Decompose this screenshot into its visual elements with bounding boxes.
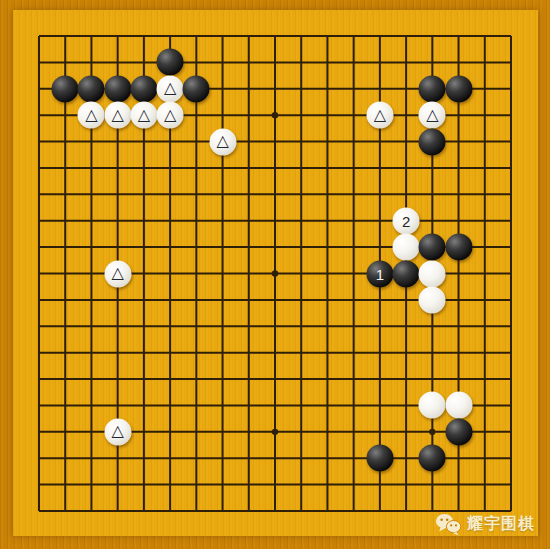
stone-white-P12[interactable]: 2 bbox=[393, 207, 420, 234]
triangle-mark: △ bbox=[112, 265, 124, 281]
wechat-logo-icon bbox=[435, 513, 462, 536]
triangle-mark: △ bbox=[112, 106, 124, 122]
stone-black-Q17[interactable] bbox=[419, 75, 446, 102]
stone-white-D16[interactable]: △ bbox=[104, 102, 131, 129]
triangle-mark: △ bbox=[85, 106, 97, 122]
stone-black-R17[interactable] bbox=[445, 75, 472, 102]
stone-black-O3[interactable] bbox=[366, 445, 393, 472]
stone-white-E16[interactable]: △ bbox=[130, 102, 157, 129]
stone-white-Q9[interactable] bbox=[419, 286, 446, 313]
stone-black-Q11[interactable] bbox=[419, 234, 446, 261]
board-frame: △△△△△△△△2△1△ 耀宇围棋 bbox=[0, 0, 550, 549]
triangle-mark: △ bbox=[164, 106, 176, 122]
watermark: 耀宇围棋 bbox=[435, 513, 535, 536]
stone-white-D4[interactable]: △ bbox=[104, 418, 131, 445]
stone-black-R11[interactable] bbox=[445, 234, 472, 261]
stone-black-Q3[interactable] bbox=[419, 445, 446, 472]
stone-white-R5[interactable] bbox=[445, 392, 472, 419]
stone-white-H15[interactable]: △ bbox=[209, 128, 236, 155]
stone-white-O16[interactable]: △ bbox=[366, 102, 393, 129]
stone-white-Q16[interactable]: △ bbox=[419, 102, 446, 129]
go-board-grid[interactable]: △△△△△△△△2△1△ bbox=[38, 35, 512, 512]
star-point bbox=[429, 429, 435, 435]
star-point bbox=[272, 112, 278, 118]
triangle-mark: △ bbox=[374, 106, 386, 122]
stone-black-D17[interactable] bbox=[104, 75, 131, 102]
star-point bbox=[272, 429, 278, 435]
move-number-label: 2 bbox=[402, 213, 410, 228]
stone-black-B17[interactable] bbox=[52, 75, 79, 102]
stone-white-Q5[interactable] bbox=[419, 392, 446, 419]
stone-black-E17[interactable] bbox=[130, 75, 157, 102]
triangle-mark: △ bbox=[112, 423, 124, 439]
watermark-text: 耀宇围棋 bbox=[467, 514, 535, 535]
stone-white-F16[interactable]: △ bbox=[157, 102, 184, 129]
star-point bbox=[272, 270, 278, 276]
stone-black-Q15[interactable] bbox=[419, 128, 446, 155]
stone-black-P10[interactable] bbox=[393, 260, 420, 287]
stone-white-D10[interactable]: △ bbox=[104, 260, 131, 287]
triangle-mark: △ bbox=[216, 133, 228, 149]
triangle-mark: △ bbox=[164, 80, 176, 96]
stone-white-P11[interactable] bbox=[393, 234, 420, 261]
stone-black-F18[interactable] bbox=[157, 49, 184, 76]
move-number-label: 1 bbox=[376, 266, 384, 281]
stone-white-Q10[interactable] bbox=[419, 260, 446, 287]
stone-black-C17[interactable] bbox=[78, 75, 105, 102]
stone-white-C16[interactable]: △ bbox=[78, 102, 105, 129]
stone-black-G17[interactable] bbox=[183, 75, 210, 102]
stone-white-F17[interactable]: △ bbox=[157, 75, 184, 102]
stone-black-O10[interactable]: 1 bbox=[366, 260, 393, 287]
triangle-mark: △ bbox=[426, 106, 438, 122]
triangle-mark: △ bbox=[138, 106, 150, 122]
stone-black-R4[interactable] bbox=[445, 418, 472, 445]
